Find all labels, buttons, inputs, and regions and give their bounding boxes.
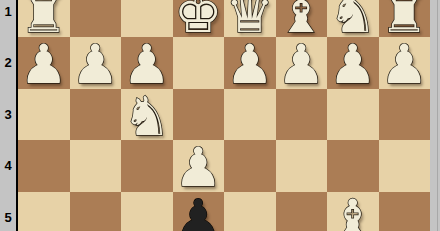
square-d3[interactable] [224,89,276,141]
white-pawn[interactable]: ♟ [71,39,119,91]
square-e2[interactable] [173,37,225,89]
white-pawn[interactable]: ♟ [329,39,377,91]
white-pawn[interactable]: ♟ [20,39,68,91]
square-a5[interactable] [379,192,431,231]
white-king[interactable]: ♚ [174,0,222,39]
square-c4[interactable] [276,140,328,192]
square-e4[interactable]: ♟ [173,140,225,192]
square-f4[interactable] [121,140,173,192]
square-c1[interactable]: ♝ [276,0,328,37]
square-b4[interactable] [327,140,379,192]
square-h1[interactable]: ♜ [18,0,70,37]
square-c5[interactable] [276,192,328,231]
square-c2[interactable]: ♟ [276,37,328,89]
white-knight[interactable]: ♞ [123,91,171,143]
square-b5[interactable]: ♝ [327,192,379,231]
rank-label-4: 4 [0,157,16,175]
square-a3[interactable] [379,89,431,141]
white-pawn[interactable]: ♟ [226,39,274,91]
square-g2[interactable]: ♟ [70,37,122,89]
square-b3[interactable] [327,89,379,141]
square-b2[interactable]: ♟ [327,37,379,89]
square-g4[interactable] [70,140,122,192]
square-c3[interactable] [276,89,328,141]
square-e1[interactable]: ♚ [173,0,225,37]
square-g3[interactable] [70,89,122,141]
square-a1[interactable]: ♜ [379,0,431,37]
square-d2[interactable]: ♟ [224,37,276,89]
white-pawn[interactable]: ♟ [123,39,171,91]
square-b1[interactable]: ♞ [327,0,379,37]
square-a2[interactable]: ♟ [379,37,431,89]
square-h5[interactable] [18,192,70,231]
square-a4[interactable] [379,140,431,192]
square-h2[interactable]: ♟ [18,37,70,89]
square-h3[interactable] [18,89,70,141]
rank-coordinates-strip: 12345 [0,0,18,231]
square-h4[interactable] [18,140,70,192]
square-d4[interactable] [224,140,276,192]
rank-label-2: 2 [0,54,16,72]
rank-label-3: 3 [0,106,16,124]
square-e5[interactable]: ♟ [173,192,225,231]
rank-label-5: 5 [0,209,16,227]
chess-board-grid: ♜♚♛♝♞♜♟♟♟♟♟♟♟♞♟♟♝ [18,0,430,231]
white-pawn[interactable]: ♟ [277,39,325,91]
square-f2[interactable]: ♟ [121,37,173,89]
black-pawn[interactable]: ♟ [174,194,222,231]
square-g5[interactable] [70,192,122,231]
chess-board[interactable]: ♜♚♛♝♞♜♟♟♟♟♟♟♟♞♟♟♝ [18,0,430,231]
white-pawn[interactable]: ♟ [380,39,428,91]
window-edge-line [437,0,438,231]
chess-app-window: 12345 ♜♚♛♝♞♜♟♟♟♟♟♟♟♞♟♟♝ [0,0,440,231]
square-g1[interactable] [70,0,122,37]
square-e3[interactable] [173,89,225,141]
right-margin [430,0,440,231]
square-d1[interactable]: ♛ [224,0,276,37]
rank-label-1: 1 [0,3,16,21]
square-f1[interactable] [121,0,173,37]
square-f5[interactable] [121,192,173,231]
square-d5[interactable] [224,192,276,231]
square-f3[interactable]: ♞ [121,89,173,141]
white-pawn[interactable]: ♟ [174,142,222,194]
white-bishop[interactable]: ♝ [329,194,377,231]
